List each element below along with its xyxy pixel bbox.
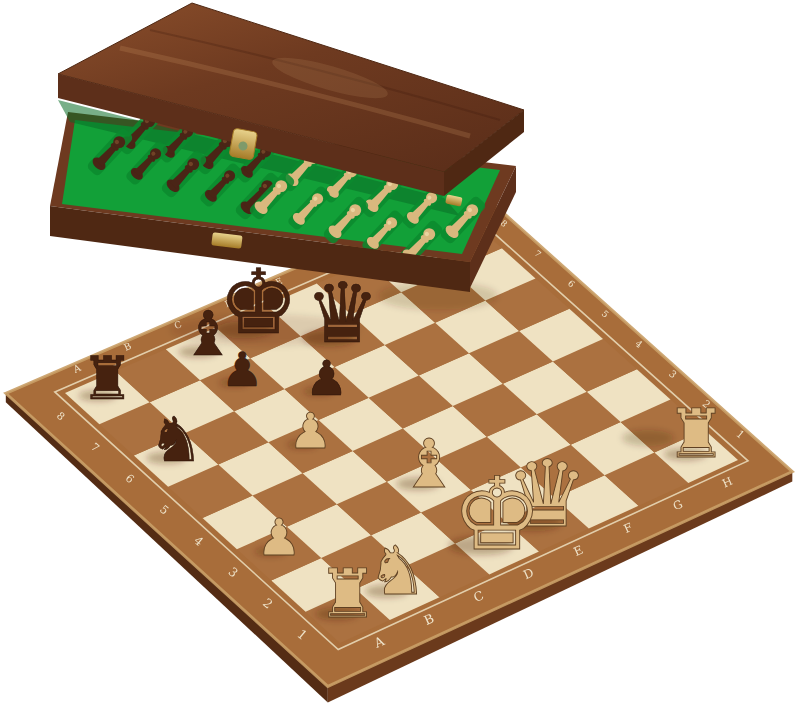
piece-glyph: ♜ (318, 555, 378, 633)
piece-white-rook-a1: ♜ (315, 555, 377, 633)
piece-glyph: ♜ (81, 344, 134, 413)
brass-latch-icon (229, 128, 257, 160)
piece-glyph: ♟ (305, 350, 348, 406)
piece-black-pawn-d6: ♟ (304, 350, 349, 406)
chess-scene-canvas: AA11BB22CC33DD44EE55FF66GG77HH88♚♛♝♟♜♟♟♜… (0, 0, 803, 708)
piece-black-knight-a6: ♞ (147, 404, 204, 476)
piece-black-rook-a8: ♜ (79, 344, 134, 413)
piece-black-queen-e7: ♛ (303, 265, 380, 362)
piece-glyph: ♟ (256, 508, 302, 567)
piece-white-rook-h1: ♜ (664, 395, 726, 473)
piece-glyph: ♞ (148, 404, 203, 476)
storage-box (50, 3, 524, 292)
piece-white-king-d1: ♚ (449, 455, 543, 573)
piece-glyph: ♛ (305, 265, 380, 362)
piece-white-pawn-a3: ♟ (255, 508, 302, 567)
piece-white-bishop-d3: ♝ (397, 425, 459, 503)
chess-set-product-photo: AA11BB22CC33DD44EE55FF66GG77HH88♚♛♝♟♜♟♟♜… (0, 0, 803, 708)
piece-glyph: ♟ (289, 402, 333, 460)
piece-black-pawn-c7: ♟ (220, 342, 264, 397)
piece-glyph: ♜ (666, 395, 726, 473)
piece-glyph: ♟ (221, 342, 263, 397)
piece-glyph: ♝ (399, 425, 459, 503)
piece-glyph: ♚ (452, 455, 542, 573)
piece-white-pawn-c5: ♟ (287, 402, 333, 460)
